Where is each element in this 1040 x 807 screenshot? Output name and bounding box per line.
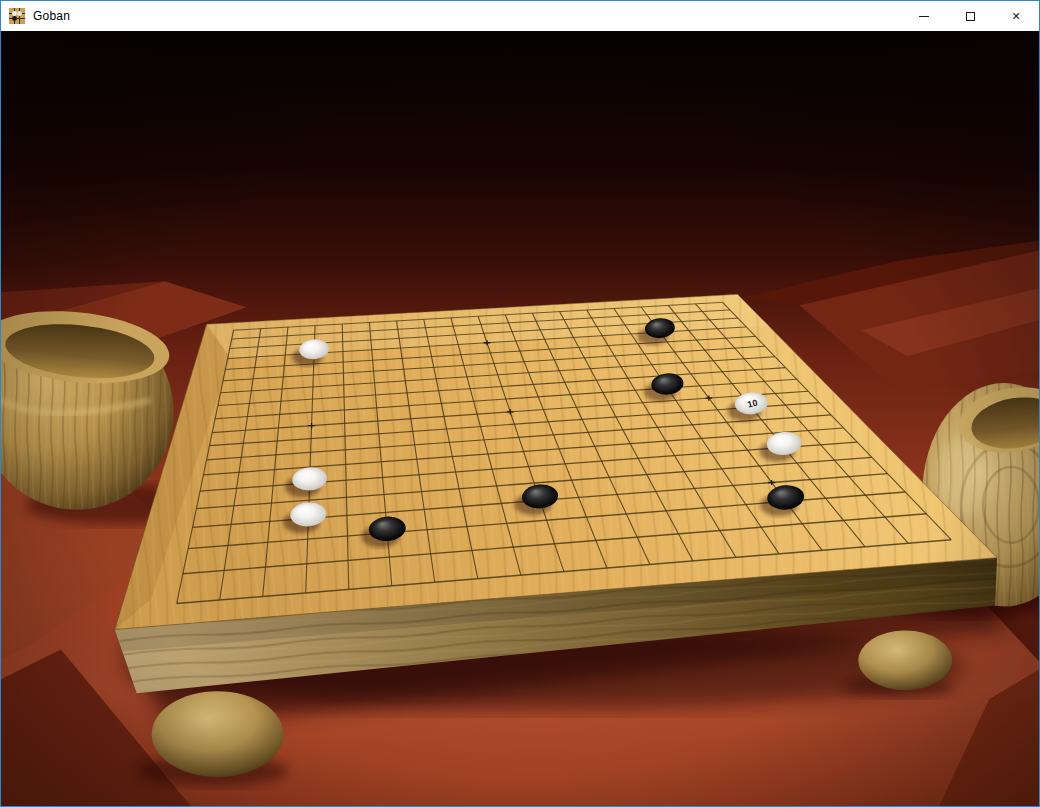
minimize-icon: [919, 16, 929, 17]
app-icon: [9, 8, 25, 24]
window-title: Goban: [33, 9, 70, 23]
maximize-icon: [966, 12, 975, 21]
minimize-button[interactable]: [901, 1, 947, 31]
go-scene: 10: [1, 31, 1039, 806]
titlebar: Goban ✕: [1, 1, 1039, 31]
maximize-button[interactable]: [947, 1, 993, 31]
goban-app-window: Goban ✕: [0, 0, 1040, 807]
close-button[interactable]: ✕: [993, 1, 1039, 31]
close-icon: ✕: [1011, 11, 1020, 22]
